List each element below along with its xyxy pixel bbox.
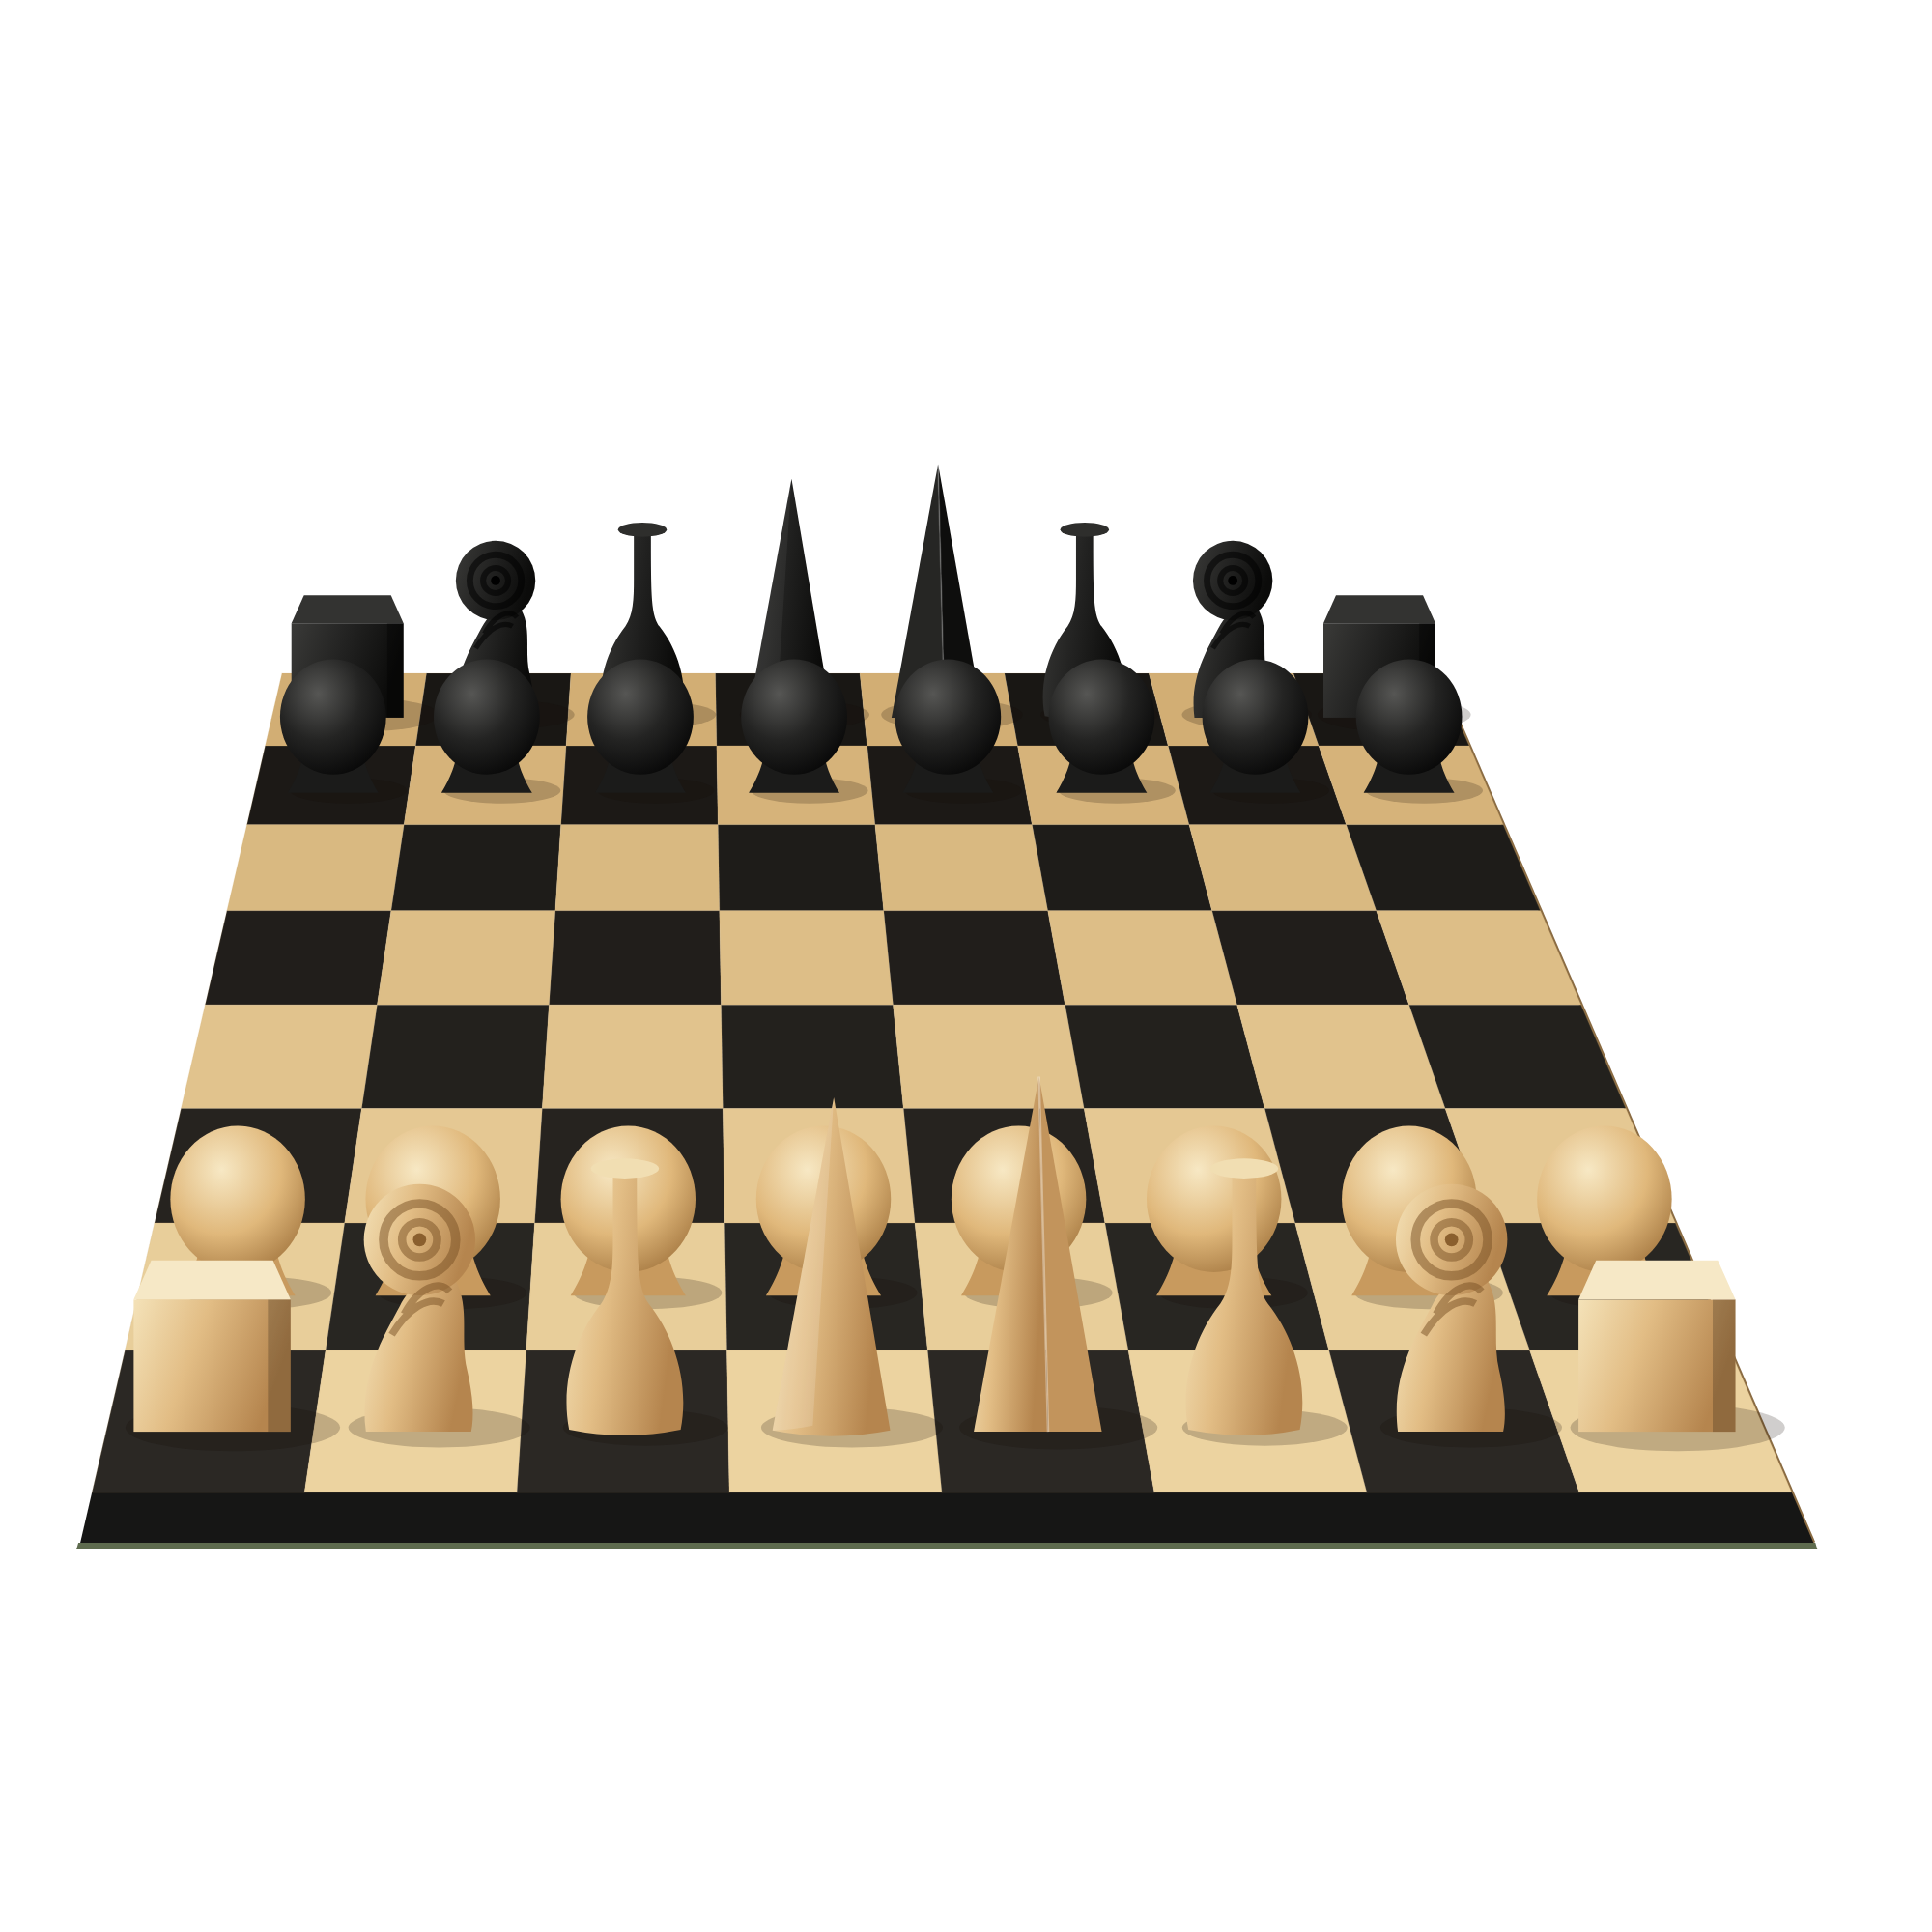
square-b6[interactable] xyxy=(391,825,561,911)
square-d6[interactable] xyxy=(718,825,884,911)
product-photo xyxy=(0,0,1932,1932)
square-f6[interactable] xyxy=(1032,825,1211,911)
board-felt-base xyxy=(76,1543,1817,1549)
square-c5[interactable] xyxy=(549,911,721,1005)
square-h5[interactable] xyxy=(1377,911,1581,1005)
piece-white-rook[interactable] xyxy=(1571,1261,1785,1452)
square-a6[interactable] xyxy=(227,825,404,911)
board-front-edge xyxy=(80,1492,1813,1543)
square-d5[interactable] xyxy=(720,911,894,1005)
square-c6[interactable] xyxy=(555,825,720,911)
square-h4[interactable] xyxy=(1409,1005,1626,1108)
square-b5[interactable] xyxy=(377,911,555,1005)
square-g6[interactable] xyxy=(1189,825,1377,911)
square-e5[interactable] xyxy=(884,911,1065,1005)
square-f4[interactable] xyxy=(1065,1005,1265,1108)
square-c4[interactable] xyxy=(542,1005,723,1108)
chessboard xyxy=(0,0,1932,1932)
square-h6[interactable] xyxy=(1347,825,1541,911)
square-a5[interactable] xyxy=(205,911,391,1005)
square-f5[interactable] xyxy=(1048,911,1237,1005)
square-a4[interactable] xyxy=(181,1005,377,1108)
chessboard-scene xyxy=(0,0,1932,1932)
square-b4[interactable] xyxy=(361,1005,549,1108)
square-e4[interactable] xyxy=(894,1005,1085,1108)
square-d4[interactable] xyxy=(722,1005,904,1108)
square-g5[interactable] xyxy=(1212,911,1409,1005)
square-e6[interactable] xyxy=(875,825,1048,911)
